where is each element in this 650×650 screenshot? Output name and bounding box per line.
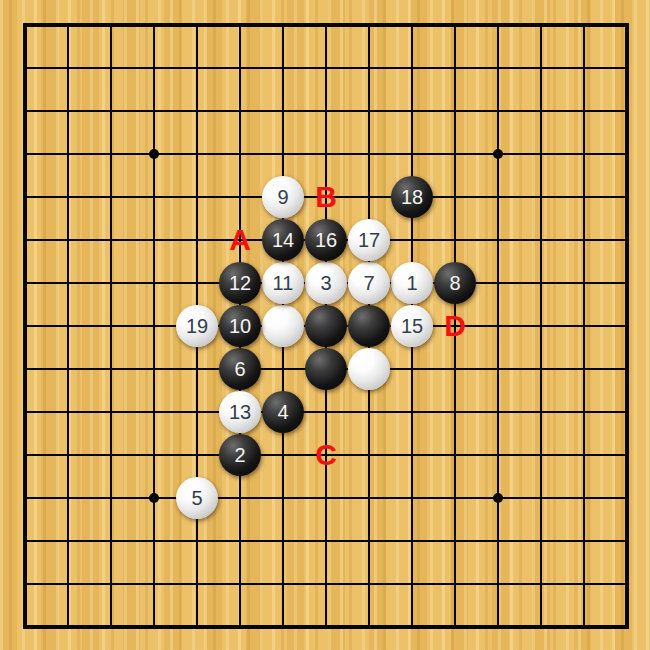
star-point [149,149,159,159]
stone-black-14: 14 [262,219,304,261]
stone-black-18: 18 [391,176,433,218]
move-number: 9 [277,186,288,208]
stone-black [305,348,347,390]
move-number: 7 [363,272,374,294]
move-number: 13 [229,401,251,423]
stone-white-5: 5 [176,477,218,519]
stone-black [305,305,347,347]
move-number: 5 [191,487,202,509]
stone-white-17: 17 [348,219,390,261]
star-point [149,493,159,503]
move-number: 1 [406,272,417,294]
stone-white-13: 13 [219,391,261,433]
move-number: 19 [186,315,208,337]
stone-white-19: 19 [176,305,218,347]
label-A[interactable]: A [219,219,261,261]
stone-black-4: 4 [262,391,304,433]
stone-white-11: 11 [262,262,304,304]
star-point [493,493,503,503]
stone-white-3: 3 [305,262,347,304]
stone-white-7: 7 [348,262,390,304]
move-number: 2 [234,444,245,466]
move-number: 6 [234,358,245,380]
gomoku-board[interactable]: 12345678910111213141516171819 ABCD [0,0,650,650]
stone-black-6: 6 [219,348,261,390]
move-number: 8 [449,272,460,294]
stone-white-15: 15 [391,305,433,347]
stone-black [348,305,390,347]
move-number: 11 [273,272,294,294]
move-number: 14 [272,229,294,251]
move-number: 17 [358,229,380,251]
stone-white-9: 9 [262,176,304,218]
stone-white-1: 1 [391,262,433,304]
move-number: 16 [315,229,337,251]
move-number: 3 [320,272,331,294]
stone-white [348,348,390,390]
stone-black-2: 2 [219,434,261,476]
stone-black-10: 10 [219,305,261,347]
label-D[interactable]: D [434,305,476,347]
stone-white [262,305,304,347]
move-number: 4 [277,401,288,423]
move-number: 15 [401,315,423,337]
stone-black-8: 8 [434,262,476,304]
move-number: 18 [401,186,423,208]
move-number: 10 [229,315,251,337]
move-number: 12 [229,272,251,294]
label-C[interactable]: C [305,434,347,476]
star-point [493,149,503,159]
label-B[interactable]: B [305,176,347,218]
stone-black-12: 12 [219,262,261,304]
stone-black-16: 16 [305,219,347,261]
